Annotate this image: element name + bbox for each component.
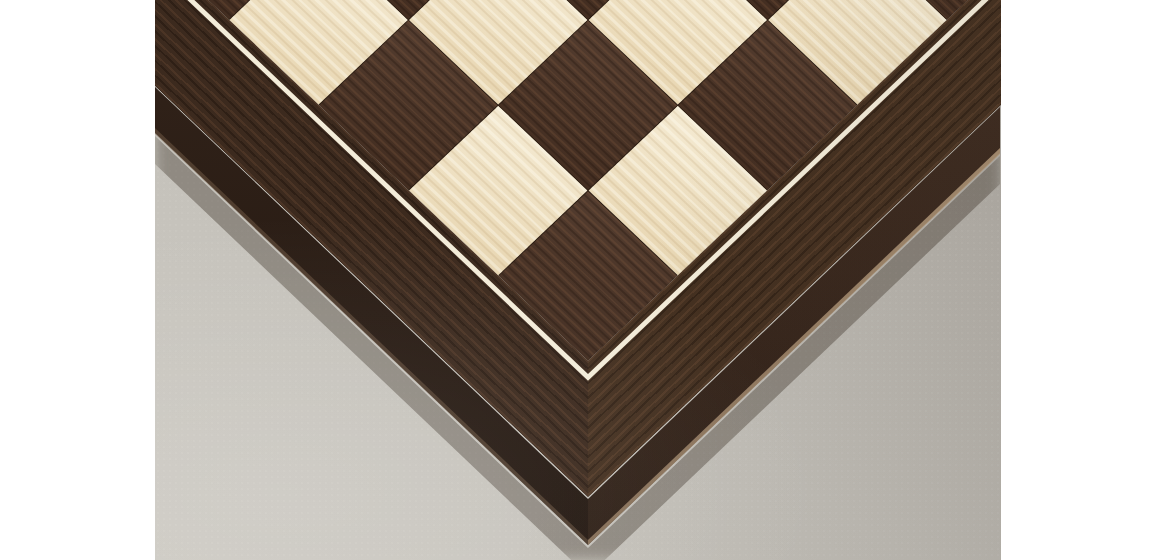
chessboard-photo <box>155 0 1001 560</box>
page: { "game": "chess", "board": { "descripti… <box>0 0 1158 560</box>
